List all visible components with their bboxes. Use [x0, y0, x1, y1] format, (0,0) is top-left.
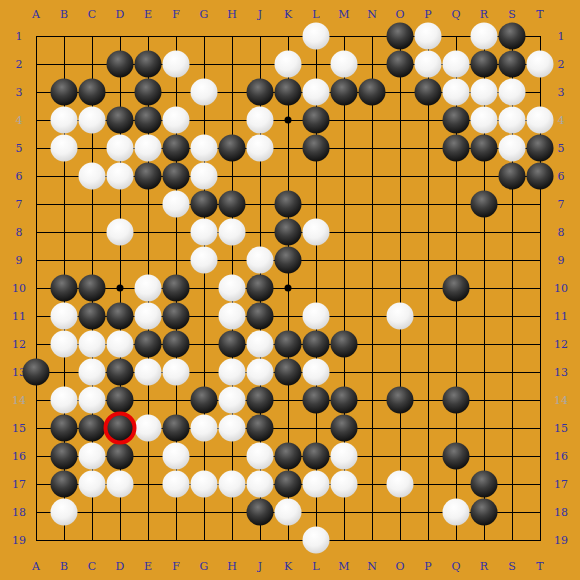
col-label-top-L: L: [312, 9, 319, 20]
stone-white-J17[interactable]: [247, 471, 274, 498]
stone-white-L8[interactable]: [303, 219, 330, 246]
stone-black-M3[interactable]: [331, 79, 358, 106]
stone-black-F12[interactable]: [163, 331, 190, 358]
stone-white-T4[interactable]: [527, 107, 554, 134]
col-label-top-G: G: [200, 9, 209, 20]
stone-black-R5[interactable]: [471, 135, 498, 162]
stone-white-J9[interactable]: [247, 247, 274, 274]
stone-white-M2[interactable]: [331, 51, 358, 78]
col-label-bottom-H: H: [227, 561, 237, 572]
col-label-top-K: K: [284, 9, 292, 20]
stone-white-Q18[interactable]: [443, 499, 470, 526]
stone-white-E13[interactable]: [135, 359, 162, 386]
stone-black-C11[interactable]: [79, 303, 106, 330]
stone-white-S4[interactable]: [499, 107, 526, 134]
star-point-K10: [285, 285, 292, 292]
stone-white-C6[interactable]: [79, 163, 106, 190]
stone-white-C16[interactable]: [79, 443, 106, 470]
col-label-top-B: B: [60, 9, 68, 20]
row-label-left-7: 7: [16, 199, 23, 210]
col-label-bottom-G: G: [200, 561, 209, 572]
stone-black-K12[interactable]: [275, 331, 302, 358]
col-label-bottom-L: L: [312, 561, 319, 572]
stone-black-T5[interactable]: [527, 135, 554, 162]
col-label-top-H: H: [227, 9, 237, 20]
col-label-bottom-R: R: [480, 561, 488, 572]
col-label-bottom-B: B: [60, 561, 68, 572]
stone-black-D11[interactable]: [107, 303, 134, 330]
stone-white-Q3[interactable]: [443, 79, 470, 106]
stone-white-L1[interactable]: [303, 23, 330, 50]
col-label-top-M: M: [338, 9, 349, 20]
col-label-top-S: S: [508, 9, 516, 20]
stone-black-J11[interactable]: [247, 303, 274, 330]
stone-white-B11[interactable]: [51, 303, 78, 330]
stone-black-C10[interactable]: [79, 275, 106, 302]
stone-white-D6[interactable]: [107, 163, 134, 190]
stone-black-R2[interactable]: [471, 51, 498, 78]
stone-black-P3[interactable]: [415, 79, 442, 106]
row-label-left-16: 16: [12, 451, 26, 462]
stone-black-E12[interactable]: [135, 331, 162, 358]
stone-black-A13[interactable]: [23, 359, 50, 386]
stone-white-B4[interactable]: [51, 107, 78, 134]
row-label-left-12: 12: [12, 339, 26, 350]
stone-white-G3[interactable]: [191, 79, 218, 106]
row-label-left-19: 19: [12, 535, 26, 546]
row-label-left-4: 4: [16, 115, 23, 126]
stone-black-C3[interactable]: [79, 79, 106, 106]
stone-black-B15[interactable]: [51, 415, 78, 442]
row-label-right-13: 13: [554, 367, 568, 378]
stone-black-S6[interactable]: [499, 163, 526, 190]
stone-white-O17[interactable]: [387, 471, 414, 498]
row-label-left-5: 5: [16, 143, 23, 154]
row-label-right-19: 19: [554, 535, 568, 546]
stone-black-M14[interactable]: [331, 387, 358, 414]
stone-white-F4[interactable]: [163, 107, 190, 134]
col-label-bottom-J: J: [258, 561, 262, 572]
stone-white-R3[interactable]: [471, 79, 498, 106]
stone-white-H11[interactable]: [219, 303, 246, 330]
col-label-bottom-C: C: [88, 561, 96, 572]
row-label-right-17: 17: [554, 479, 568, 490]
stone-black-D2[interactable]: [107, 51, 134, 78]
stone-black-J10[interactable]: [247, 275, 274, 302]
col-label-bottom-N: N: [367, 561, 377, 572]
stone-white-H14[interactable]: [219, 387, 246, 414]
stone-black-N3[interactable]: [359, 79, 386, 106]
col-label-bottom-P: P: [424, 561, 431, 572]
stone-white-B14[interactable]: [51, 387, 78, 414]
stone-black-O14[interactable]: [387, 387, 414, 414]
stone-black-J3[interactable]: [247, 79, 274, 106]
stone-white-J5[interactable]: [247, 135, 274, 162]
stone-white-L19[interactable]: [303, 527, 330, 554]
col-label-top-T: T: [536, 9, 543, 20]
stone-white-H17[interactable]: [219, 471, 246, 498]
stone-black-S2[interactable]: [499, 51, 526, 78]
stone-black-R18[interactable]: [471, 499, 498, 526]
stone-white-H13[interactable]: [219, 359, 246, 386]
stone-black-F10[interactable]: [163, 275, 190, 302]
stone-white-M17[interactable]: [331, 471, 358, 498]
stone-black-B3[interactable]: [51, 79, 78, 106]
stone-black-E4[interactable]: [135, 107, 162, 134]
stone-white-C17[interactable]: [79, 471, 106, 498]
stone-white-F7[interactable]: [163, 191, 190, 218]
col-label-top-E: E: [144, 9, 152, 20]
stone-white-B12[interactable]: [51, 331, 78, 358]
stone-black-Q14[interactable]: [443, 387, 470, 414]
stone-black-K3[interactable]: [275, 79, 302, 106]
col-label-bottom-E: E: [144, 561, 152, 572]
row-label-right-10: 10: [554, 283, 568, 294]
stone-white-C12[interactable]: [79, 331, 106, 358]
stone-white-R1[interactable]: [471, 23, 498, 50]
row-label-right-1: 1: [558, 31, 565, 42]
row-label-right-4: 4: [558, 115, 565, 126]
stone-black-L4[interactable]: [303, 107, 330, 134]
stone-black-L16[interactable]: [303, 443, 330, 470]
stone-black-K13[interactable]: [275, 359, 302, 386]
stone-black-Q5[interactable]: [443, 135, 470, 162]
stone-black-Q16[interactable]: [443, 443, 470, 470]
stone-white-G15[interactable]: [191, 415, 218, 442]
stone-white-G5[interactable]: [191, 135, 218, 162]
row-label-right-11: 11: [554, 311, 568, 322]
stone-white-L11[interactable]: [303, 303, 330, 330]
stone-white-D5[interactable]: [107, 135, 134, 162]
stone-black-J14[interactable]: [247, 387, 274, 414]
row-label-left-9: 9: [16, 255, 23, 266]
stone-black-L5[interactable]: [303, 135, 330, 162]
last-move-marker: [104, 412, 137, 445]
stone-black-K17[interactable]: [275, 471, 302, 498]
stone-black-K16[interactable]: [275, 443, 302, 470]
col-label-top-N: N: [367, 9, 377, 20]
stone-black-B16[interactable]: [51, 443, 78, 470]
col-label-bottom-S: S: [508, 561, 516, 572]
stone-white-E15[interactable]: [135, 415, 162, 442]
row-label-left-1: 1: [16, 31, 23, 42]
stone-white-C4[interactable]: [79, 107, 106, 134]
stone-white-S3[interactable]: [499, 79, 526, 106]
row-label-right-3: 3: [558, 87, 565, 98]
stone-white-E5[interactable]: [135, 135, 162, 162]
stone-white-O11[interactable]: [387, 303, 414, 330]
col-label-bottom-M: M: [338, 561, 349, 572]
stone-black-H7[interactable]: [219, 191, 246, 218]
stone-black-E6[interactable]: [135, 163, 162, 190]
row-label-right-7: 7: [558, 199, 565, 210]
star-point-K4: [285, 117, 292, 124]
stone-black-B17[interactable]: [51, 471, 78, 498]
col-label-bottom-O: O: [395, 561, 404, 572]
row-label-left-15: 15: [12, 423, 26, 434]
stone-black-B10[interactable]: [51, 275, 78, 302]
stone-white-S5[interactable]: [499, 135, 526, 162]
stone-white-F2[interactable]: [163, 51, 190, 78]
stone-black-F15[interactable]: [163, 415, 190, 442]
stone-white-H10[interactable]: [219, 275, 246, 302]
stone-black-J15[interactable]: [247, 415, 274, 442]
stone-black-M15[interactable]: [331, 415, 358, 442]
stone-black-L14[interactable]: [303, 387, 330, 414]
stone-white-L13[interactable]: [303, 359, 330, 386]
stone-black-O1[interactable]: [387, 23, 414, 50]
stone-black-L12[interactable]: [303, 331, 330, 358]
stone-white-K2[interactable]: [275, 51, 302, 78]
stone-black-F5[interactable]: [163, 135, 190, 162]
col-label-bottom-D: D: [116, 561, 125, 572]
stone-black-R7[interactable]: [471, 191, 498, 218]
stone-black-K9[interactable]: [275, 247, 302, 274]
row-label-left-14: 14: [12, 395, 26, 406]
stone-black-G7[interactable]: [191, 191, 218, 218]
row-label-right-6: 6: [558, 171, 565, 182]
stone-white-F16[interactable]: [163, 443, 190, 470]
row-label-right-12: 12: [554, 339, 568, 350]
stone-white-G8[interactable]: [191, 219, 218, 246]
stone-white-J4[interactable]: [247, 107, 274, 134]
row-label-right-9: 9: [558, 255, 565, 266]
row-label-right-8: 8: [558, 227, 565, 238]
stone-black-H12[interactable]: [219, 331, 246, 358]
col-label-bottom-F: F: [172, 561, 180, 572]
stone-white-P2[interactable]: [415, 51, 442, 78]
col-label-bottom-A: A: [32, 561, 40, 572]
col-label-top-R: R: [480, 9, 488, 20]
col-label-top-A: A: [32, 9, 40, 20]
col-label-bottom-K: K: [284, 561, 292, 572]
row-label-right-14: 14: [554, 395, 568, 406]
stone-white-D17[interactable]: [107, 471, 134, 498]
stone-white-D8[interactable]: [107, 219, 134, 246]
stone-black-H5[interactable]: [219, 135, 246, 162]
stone-white-B5[interactable]: [51, 135, 78, 162]
go-board[interactable]: AABBCCDDEEFFGGHHJJKKLLMMNNOOPPQQRRSSTT11…: [0, 0, 580, 580]
stone-white-G17[interactable]: [191, 471, 218, 498]
stone-black-Q4[interactable]: [443, 107, 470, 134]
stone-white-C14[interactable]: [79, 387, 106, 414]
stone-white-H8[interactable]: [219, 219, 246, 246]
stone-white-M16[interactable]: [331, 443, 358, 470]
stone-black-T6[interactable]: [527, 163, 554, 190]
stone-white-F13[interactable]: [163, 359, 190, 386]
stone-black-E2[interactable]: [135, 51, 162, 78]
row-label-left-10: 10: [12, 283, 26, 294]
stone-black-Q10[interactable]: [443, 275, 470, 302]
row-label-right-16: 16: [554, 451, 568, 462]
stone-white-T2[interactable]: [527, 51, 554, 78]
stone-white-G6[interactable]: [191, 163, 218, 190]
stone-white-F17[interactable]: [163, 471, 190, 498]
stone-black-O2[interactable]: [387, 51, 414, 78]
stone-white-G9[interactable]: [191, 247, 218, 274]
col-label-top-O: O: [395, 9, 404, 20]
col-label-top-D: D: [116, 9, 125, 20]
row-label-right-18: 18: [554, 507, 568, 518]
row-label-left-8: 8: [16, 227, 23, 238]
stone-white-J16[interactable]: [247, 443, 274, 470]
stone-white-P1[interactable]: [415, 23, 442, 50]
stone-black-R17[interactable]: [471, 471, 498, 498]
col-label-top-F: F: [172, 9, 180, 20]
col-label-top-P: P: [424, 9, 431, 20]
row-label-left-2: 2: [16, 59, 23, 70]
stone-white-Q2[interactable]: [443, 51, 470, 78]
row-label-left-18: 18: [12, 507, 26, 518]
star-point-D10: [117, 285, 124, 292]
stone-black-G14[interactable]: [191, 387, 218, 414]
stone-black-K7[interactable]: [275, 191, 302, 218]
stone-black-D4[interactable]: [107, 107, 134, 134]
row-label-right-15: 15: [554, 423, 568, 434]
stone-black-S1[interactable]: [499, 23, 526, 50]
row-label-right-2: 2: [558, 59, 565, 70]
stone-black-C15[interactable]: [79, 415, 106, 442]
row-label-left-6: 6: [16, 171, 23, 182]
stone-white-H15[interactable]: [219, 415, 246, 442]
stone-black-K8[interactable]: [275, 219, 302, 246]
stone-white-L17[interactable]: [303, 471, 330, 498]
stone-white-L3[interactable]: [303, 79, 330, 106]
stone-black-D16[interactable]: [107, 443, 134, 470]
stone-white-R4[interactable]: [471, 107, 498, 134]
col-label-top-C: C: [88, 9, 96, 20]
stone-white-J13[interactable]: [247, 359, 274, 386]
stone-black-D13[interactable]: [107, 359, 134, 386]
stone-white-D12[interactable]: [107, 331, 134, 358]
col-label-top-Q: Q: [451, 9, 460, 20]
stone-black-J18[interactable]: [247, 499, 274, 526]
stone-black-D14[interactable]: [107, 387, 134, 414]
stone-black-M12[interactable]: [331, 331, 358, 358]
stone-white-E10[interactable]: [135, 275, 162, 302]
col-label-bottom-T: T: [536, 561, 543, 572]
row-label-left-17: 17: [12, 479, 26, 490]
stone-white-C13[interactable]: [79, 359, 106, 386]
stone-white-B18[interactable]: [51, 499, 78, 526]
stone-black-E3[interactable]: [135, 79, 162, 106]
row-label-right-5: 5: [558, 143, 565, 154]
stone-white-E11[interactable]: [135, 303, 162, 330]
stone-white-J12[interactable]: [247, 331, 274, 358]
row-label-left-3: 3: [16, 87, 23, 98]
col-label-top-J: J: [258, 9, 262, 20]
stone-black-F6[interactable]: [163, 163, 190, 190]
row-label-left-11: 11: [12, 311, 26, 322]
col-label-bottom-Q: Q: [451, 561, 460, 572]
stone-black-F11[interactable]: [163, 303, 190, 330]
stone-white-K18[interactable]: [275, 499, 302, 526]
